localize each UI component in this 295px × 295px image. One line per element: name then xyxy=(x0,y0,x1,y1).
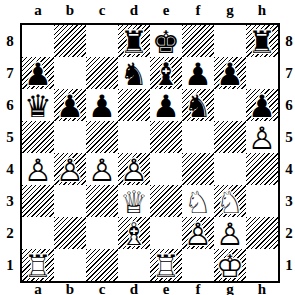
white-knight-f3[interactable]: ♞♘ xyxy=(182,185,214,217)
square-e7[interactable]: ♝♝ xyxy=(150,57,182,89)
square-f6[interactable]: ♞♞ xyxy=(182,89,214,121)
square-c1[interactable] xyxy=(86,249,118,281)
black-pawn-icon: ♟ xyxy=(246,89,278,121)
square-e8[interactable]: ♚♚ xyxy=(150,25,182,57)
square-f1[interactable] xyxy=(182,249,214,281)
square-c4[interactable]: ♟♙ xyxy=(86,153,118,185)
square-b7[interactable] xyxy=(54,57,86,89)
black-queen-icon: ♛ xyxy=(22,89,54,121)
square-b8[interactable] xyxy=(54,25,86,57)
square-a1[interactable]: ♜♖ xyxy=(22,249,54,281)
white-king-icon: ♔ xyxy=(214,249,246,281)
square-d3[interactable]: ♛♕ xyxy=(118,185,150,217)
rank-label-8: 8 xyxy=(3,25,17,57)
black-pawn-icon: ♟ xyxy=(150,89,182,121)
black-pawn-icon: ♟ xyxy=(86,89,118,121)
square-a5[interactable] xyxy=(22,121,54,153)
square-h6[interactable]: ♟♟ xyxy=(246,89,278,121)
black-pawn-e6[interactable]: ♟♟ xyxy=(150,89,182,121)
square-g5[interactable] xyxy=(214,121,246,153)
black-king-icon: ♚ xyxy=(150,25,182,57)
file-label-c: c xyxy=(86,282,118,295)
square-h3[interactable] xyxy=(246,185,278,217)
white-pawn-icon: ♙ xyxy=(182,217,214,249)
white-rook-a1[interactable]: ♜♖ xyxy=(22,249,54,281)
square-g3[interactable]: ♞♘ xyxy=(214,185,246,217)
square-g7[interactable]: ♟♟ xyxy=(214,57,246,89)
black-pawn-icon: ♟ xyxy=(54,89,86,121)
square-f8[interactable] xyxy=(182,25,214,57)
square-e6[interactable]: ♟♟ xyxy=(150,89,182,121)
rank-label-7: 7 xyxy=(3,57,17,89)
file-label-a: a xyxy=(22,3,54,19)
square-a6[interactable]: ♛♛ xyxy=(22,89,54,121)
black-pawn-a7[interactable]: ♟♟ xyxy=(22,57,54,89)
white-pawn-b4[interactable]: ♟♙ xyxy=(54,153,86,185)
rank-label-8: 8 xyxy=(282,25,295,57)
square-g4[interactable] xyxy=(214,153,246,185)
white-pawn-icon: ♙ xyxy=(118,153,150,185)
square-a3[interactable] xyxy=(22,185,54,217)
black-rook-h8[interactable]: ♜♜ xyxy=(246,25,278,57)
rank-labels-right: 87654321 xyxy=(282,25,295,281)
square-b2[interactable] xyxy=(54,217,86,249)
square-a2[interactable] xyxy=(22,217,54,249)
square-b4[interactable]: ♟♙ xyxy=(54,153,86,185)
square-e2[interactable] xyxy=(150,217,182,249)
white-bishop-d2[interactable]: ♝♗ xyxy=(118,217,150,249)
square-f4[interactable] xyxy=(182,153,214,185)
square-g6[interactable] xyxy=(214,89,246,121)
black-knight-icon: ♞ xyxy=(182,89,214,121)
white-pawn-c4[interactable]: ♟♙ xyxy=(86,153,118,185)
rank-label-4: 4 xyxy=(3,153,17,185)
white-rook-icon: ♖ xyxy=(150,249,182,281)
black-bishop-icon: ♝ xyxy=(150,57,182,89)
rank-labels-left: 87654321 xyxy=(3,25,17,281)
black-pawn-b6[interactable]: ♟♟ xyxy=(54,89,86,121)
file-label-e: e xyxy=(150,282,182,295)
square-h8[interactable]: ♜♜ xyxy=(246,25,278,57)
rank-label-1: 1 xyxy=(282,249,295,281)
rank-label-6: 6 xyxy=(282,89,295,121)
white-pawn-g2[interactable]: ♟♙ xyxy=(214,217,246,249)
white-knight-g3[interactable]: ♞♘ xyxy=(214,185,246,217)
black-pawn-f7[interactable]: ♟♟ xyxy=(182,57,214,89)
square-h7[interactable] xyxy=(246,57,278,89)
file-label-g: g xyxy=(214,3,246,19)
white-pawn-icon: ♙ xyxy=(54,153,86,185)
square-a4[interactable]: ♟♙ xyxy=(22,153,54,185)
black-pawn-icon: ♟ xyxy=(22,57,54,89)
black-pawn-icon: ♟ xyxy=(182,57,214,89)
square-c8[interactable] xyxy=(86,25,118,57)
rank-label-6: 6 xyxy=(3,89,17,121)
file-labels-top: abcdefgh xyxy=(22,3,278,19)
square-d1[interactable] xyxy=(118,249,150,281)
rank-label-5: 5 xyxy=(282,121,295,153)
black-rook-icon: ♜ xyxy=(246,25,278,57)
file-label-e: e xyxy=(150,3,182,19)
square-f7[interactable]: ♟♟ xyxy=(182,57,214,89)
square-g1[interactable]: ♚♔ xyxy=(214,249,246,281)
square-a8[interactable] xyxy=(22,25,54,57)
white-pawn-icon: ♙ xyxy=(214,217,246,249)
black-knight-d7[interactable]: ♞♞ xyxy=(118,57,150,89)
file-label-b: b xyxy=(54,3,86,19)
file-label-h: h xyxy=(246,282,278,295)
square-c7[interactable] xyxy=(86,57,118,89)
white-pawn-icon: ♙ xyxy=(22,153,54,185)
square-h2[interactable] xyxy=(246,217,278,249)
white-queen-icon: ♕ xyxy=(118,185,150,217)
black-king-e8[interactable]: ♚♚ xyxy=(150,25,182,57)
white-pawn-h5[interactable]: ♟♙ xyxy=(246,121,278,153)
file-label-g: g xyxy=(214,282,246,295)
file-label-d: d xyxy=(118,3,150,19)
rank-label-3: 3 xyxy=(282,185,295,217)
rank-label-7: 7 xyxy=(282,57,295,89)
square-c2[interactable] xyxy=(86,217,118,249)
square-d7[interactable]: ♞♞ xyxy=(118,57,150,89)
black-knight-f6[interactable]: ♞♞ xyxy=(182,89,214,121)
rank-label-5: 5 xyxy=(3,121,17,153)
black-rook-icon: ♜ xyxy=(118,25,150,57)
square-f3[interactable]: ♞♘ xyxy=(182,185,214,217)
square-d8[interactable]: ♜♜ xyxy=(118,25,150,57)
square-e5[interactable] xyxy=(150,121,182,153)
white-pawn-a4[interactable]: ♟♙ xyxy=(22,153,54,185)
square-b3[interactable] xyxy=(54,185,86,217)
square-f5[interactable] xyxy=(182,121,214,153)
file-label-f: f xyxy=(182,282,214,295)
rank-label-2: 2 xyxy=(3,217,17,249)
square-h4[interactable] xyxy=(246,153,278,185)
square-d2[interactable]: ♝♗ xyxy=(118,217,150,249)
rank-label-3: 3 xyxy=(3,185,17,217)
square-g2[interactable]: ♟♙ xyxy=(214,217,246,249)
square-b5[interactable] xyxy=(54,121,86,153)
square-b6[interactable]: ♟♟ xyxy=(54,89,86,121)
black-bishop-e7[interactable]: ♝♝ xyxy=(150,57,182,89)
chess-board: ♜♜♚♚♜♜♟♟♞♞♝♝♟♟♟♟♛♛♟♟♟♟♟♟♞♞♟♟♟♙♟♙♟♙♟♙♟♙♛♕… xyxy=(20,23,280,283)
file-label-b: b xyxy=(54,282,86,295)
rank-label-2: 2 xyxy=(282,217,295,249)
black-queen-a6[interactable]: ♛♛ xyxy=(22,89,54,121)
white-rook-icon: ♖ xyxy=(22,249,54,281)
white-pawn-d4[interactable]: ♟♙ xyxy=(118,153,150,185)
square-e3[interactable] xyxy=(150,185,182,217)
file-label-f: f xyxy=(182,3,214,19)
square-c3[interactable] xyxy=(86,185,118,217)
white-knight-icon: ♘ xyxy=(182,185,214,217)
square-e4[interactable] xyxy=(150,153,182,185)
file-label-h: h xyxy=(246,3,278,19)
square-d4[interactable]: ♟♙ xyxy=(118,153,150,185)
square-c6[interactable]: ♟♟ xyxy=(86,89,118,121)
white-rook-e1[interactable]: ♜♖ xyxy=(150,249,182,281)
square-f2[interactable]: ♟♙ xyxy=(182,217,214,249)
square-a7[interactable]: ♟♟ xyxy=(22,57,54,89)
white-bishop-icon: ♗ xyxy=(118,217,150,249)
black-rook-d8[interactable]: ♜♜ xyxy=(118,25,150,57)
black-pawn-g7[interactable]: ♟♟ xyxy=(214,57,246,89)
file-labels-bottom: abcdefgh xyxy=(22,282,278,295)
square-h1[interactable] xyxy=(246,249,278,281)
square-g8[interactable] xyxy=(214,25,246,57)
file-label-c: c xyxy=(86,3,118,19)
white-knight-icon: ♘ xyxy=(214,185,246,217)
white-pawn-f2[interactable]: ♟♙ xyxy=(182,217,214,249)
black-pawn-c6[interactable]: ♟♟ xyxy=(86,89,118,121)
square-b1[interactable] xyxy=(54,249,86,281)
rank-label-4: 4 xyxy=(282,153,295,185)
square-d6[interactable] xyxy=(118,89,150,121)
white-queen-d3[interactable]: ♛♕ xyxy=(118,185,150,217)
square-h5[interactable]: ♟♙ xyxy=(246,121,278,153)
black-knight-icon: ♞ xyxy=(118,57,150,89)
file-label-d: d xyxy=(118,282,150,295)
white-pawn-icon: ♙ xyxy=(246,121,278,153)
rank-label-1: 1 xyxy=(3,249,17,281)
file-label-a: a xyxy=(22,282,54,295)
square-d5[interactable] xyxy=(118,121,150,153)
square-c5[interactable] xyxy=(86,121,118,153)
chess-diagram: abcdefgh 87654321 ♜♜♚♚♜♜♟♟♞♞♝♝♟♟♟♟♛♛♟♟♟♟… xyxy=(0,0,295,295)
white-king-g1[interactable]: ♚♔ xyxy=(214,249,246,281)
black-pawn-h6[interactable]: ♟♟ xyxy=(246,89,278,121)
square-e1[interactable]: ♜♖ xyxy=(150,249,182,281)
white-pawn-icon: ♙ xyxy=(86,153,118,185)
black-pawn-icon: ♟ xyxy=(214,57,246,89)
